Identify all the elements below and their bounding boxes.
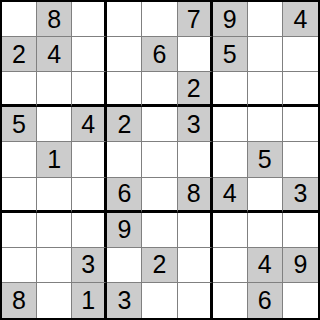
given-digit: 2 (12, 42, 26, 67)
cell-r1c4[interactable] (107, 2, 142, 37)
cell-r5c2: 1 (37, 142, 72, 177)
cell-r6c6: 8 (178, 178, 213, 213)
cell-r1c1[interactable] (2, 2, 37, 37)
given-digit: 2 (153, 252, 167, 277)
given-digit: 3 (81, 252, 95, 277)
cell-r1c9: 4 (283, 2, 318, 37)
cell-r5c4[interactable] (107, 142, 142, 177)
cell-r7c9[interactable] (283, 213, 318, 248)
cell-r2c4[interactable] (107, 37, 142, 72)
cell-r1c2: 8 (37, 2, 72, 37)
given-digit: 4 (47, 42, 61, 67)
sudoku-puzzle: 8794246525423156843932498136 (0, 0, 320, 320)
cell-r7c1[interactable] (2, 213, 37, 248)
cell-r5c6[interactable] (178, 142, 213, 177)
cell-r1c8[interactable] (248, 2, 283, 37)
given-digit: 3 (293, 181, 307, 206)
cell-r7c6[interactable] (178, 213, 213, 248)
cell-r2c5: 6 (142, 37, 177, 72)
cell-r9c6[interactable] (178, 283, 213, 318)
cell-r8c2[interactable] (37, 248, 72, 283)
given-digit: 9 (293, 252, 307, 277)
cell-r8c4[interactable] (107, 248, 142, 283)
sudoku-board: 8794246525423156843932498136 (0, 0, 320, 320)
cell-r6c8[interactable] (248, 178, 283, 213)
cell-r4c1: 5 (2, 107, 37, 142)
given-digit: 6 (153, 42, 167, 67)
cell-r6c5[interactable] (142, 178, 177, 213)
cell-r2c9[interactable] (283, 37, 318, 72)
cell-r1c3[interactable] (72, 2, 107, 37)
cell-r9c3: 1 (72, 283, 107, 318)
given-digit: 2 (187, 76, 201, 101)
cell-r8c1[interactable] (2, 248, 37, 283)
cell-r4c4: 2 (107, 107, 142, 142)
given-digit: 7 (187, 7, 201, 32)
cell-r9c8: 6 (248, 283, 283, 318)
given-digit: 5 (223, 42, 237, 67)
cell-r3c9[interactable] (283, 72, 318, 107)
given-digit: 9 (223, 7, 237, 32)
cell-r8c6[interactable] (178, 248, 213, 283)
given-digit: 6 (117, 181, 131, 206)
cell-r7c4: 9 (107, 213, 142, 248)
cell-r2c1: 2 (2, 37, 37, 72)
cell-r7c5[interactable] (142, 213, 177, 248)
cell-r4c6: 3 (178, 107, 213, 142)
given-digit: 4 (81, 112, 95, 137)
cell-r6c1[interactable] (2, 178, 37, 213)
given-digit: 3 (187, 112, 201, 137)
cell-r3c4[interactable] (107, 72, 142, 107)
cell-r9c9[interactable] (283, 283, 318, 318)
cell-r1c5[interactable] (142, 2, 177, 37)
cell-r9c2[interactable] (37, 283, 72, 318)
cell-r3c2[interactable] (37, 72, 72, 107)
given-digit: 3 (117, 288, 131, 313)
cell-r9c5[interactable] (142, 283, 177, 318)
cell-r8c9: 9 (283, 248, 318, 283)
cell-r4c5[interactable] (142, 107, 177, 142)
cell-r3c1[interactable] (2, 72, 37, 107)
cell-r6c4: 6 (107, 178, 142, 213)
cell-r5c8: 5 (248, 142, 283, 177)
cell-r7c3[interactable] (72, 213, 107, 248)
cell-r3c6: 2 (178, 72, 213, 107)
given-digit: 5 (258, 147, 272, 172)
cell-r5c3[interactable] (72, 142, 107, 177)
cell-r8c7[interactable] (213, 248, 248, 283)
given-digit: 4 (258, 252, 272, 277)
given-digit: 2 (117, 112, 131, 137)
cell-r7c8[interactable] (248, 213, 283, 248)
cell-r3c7[interactable] (213, 72, 248, 107)
cell-r9c7[interactable] (213, 283, 248, 318)
cell-r6c7: 4 (213, 178, 248, 213)
cell-r7c7[interactable] (213, 213, 248, 248)
cell-r8c8: 4 (248, 248, 283, 283)
given-digit: 8 (187, 181, 201, 206)
cell-r2c8[interactable] (248, 37, 283, 72)
cell-r7c2[interactable] (37, 213, 72, 248)
cell-r6c2[interactable] (37, 178, 72, 213)
cell-r9c4: 3 (107, 283, 142, 318)
cell-r5c5[interactable] (142, 142, 177, 177)
given-digit: 5 (12, 112, 26, 137)
cell-r2c2: 4 (37, 37, 72, 72)
cell-r6c3[interactable] (72, 178, 107, 213)
cell-r6c9: 3 (283, 178, 318, 213)
cell-r2c6[interactable] (178, 37, 213, 72)
given-digit: 8 (12, 288, 26, 313)
cell-r5c7[interactable] (213, 142, 248, 177)
cell-r8c5: 2 (142, 248, 177, 283)
given-digit: 1 (47, 147, 61, 172)
cell-r1c6: 7 (178, 2, 213, 37)
cell-r8c3: 3 (72, 248, 107, 283)
given-digit: 4 (293, 7, 307, 32)
cell-r4c3: 4 (72, 107, 107, 142)
cell-r1c7: 9 (213, 2, 248, 37)
cell-r5c9[interactable] (283, 142, 318, 177)
given-digit: 9 (117, 217, 131, 242)
cell-r9c1: 8 (2, 283, 37, 318)
cell-r3c3[interactable] (72, 72, 107, 107)
cell-r5c1[interactable] (2, 142, 37, 177)
cell-r3c5[interactable] (142, 72, 177, 107)
given-digit: 6 (258, 288, 272, 313)
given-digit: 8 (47, 7, 61, 32)
cell-r4c2[interactable] (37, 107, 72, 142)
cell-r2c7: 5 (213, 37, 248, 72)
cell-r4c8[interactable] (248, 107, 283, 142)
cell-r4c9[interactable] (283, 107, 318, 142)
cell-r4c7[interactable] (213, 107, 248, 142)
cell-r2c3[interactable] (72, 37, 107, 72)
cell-r3c8[interactable] (248, 72, 283, 107)
given-digit: 1 (81, 288, 95, 313)
given-digit: 4 (223, 181, 237, 206)
